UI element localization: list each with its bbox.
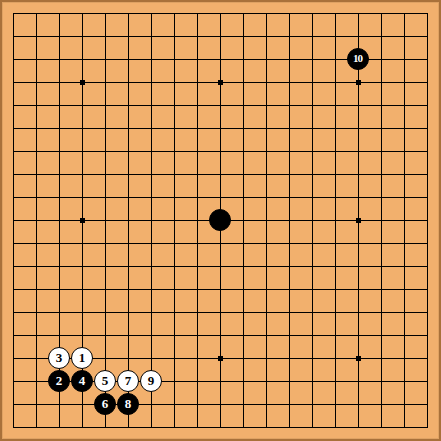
intersection-G12[interactable] — [140, 163, 163, 186]
intersection-R19[interactable] — [370, 2, 393, 25]
intersection-H19[interactable] — [163, 2, 186, 25]
intersection-K4[interactable] — [209, 347, 232, 370]
intersection-F14[interactable] — [117, 117, 140, 140]
intersection-R16[interactable] — [370, 71, 393, 94]
intersection-D5[interactable] — [71, 324, 94, 347]
intersection-P5[interactable] — [324, 324, 347, 347]
intersection-C11[interactable] — [48, 186, 71, 209]
intersection-M10[interactable] — [255, 209, 278, 232]
intersection-S14[interactable] — [393, 117, 416, 140]
intersection-A14[interactable] — [2, 117, 25, 140]
intersection-S11[interactable] — [393, 186, 416, 209]
intersection-K17[interactable] — [209, 48, 232, 71]
intersection-R2[interactable] — [370, 393, 393, 416]
intersection-Q12[interactable] — [347, 163, 370, 186]
intersection-Q10[interactable] — [347, 209, 370, 232]
intersection-A5[interactable] — [2, 324, 25, 347]
intersection-H5[interactable] — [163, 324, 186, 347]
intersection-G5[interactable] — [140, 324, 163, 347]
intersection-C17[interactable] — [48, 48, 71, 71]
intersection-S10[interactable] — [393, 209, 416, 232]
intersection-H16[interactable] — [163, 71, 186, 94]
intersection-J4[interactable] — [186, 347, 209, 370]
intersection-S16[interactable] — [393, 71, 416, 94]
intersection-R11[interactable] — [370, 186, 393, 209]
intersection-A4[interactable] — [2, 347, 25, 370]
intersection-P15[interactable] — [324, 94, 347, 117]
intersection-T7[interactable] — [416, 278, 439, 301]
intersection-N12[interactable] — [278, 163, 301, 186]
intersection-R9[interactable] — [370, 232, 393, 255]
intersection-O2[interactable] — [301, 393, 324, 416]
intersection-T12[interactable] — [416, 163, 439, 186]
intersection-C1[interactable] — [48, 416, 71, 439]
intersection-Q14[interactable] — [347, 117, 370, 140]
intersection-D9[interactable] — [71, 232, 94, 255]
intersection-T17[interactable] — [416, 48, 439, 71]
intersection-K5[interactable] — [209, 324, 232, 347]
intersection-T19[interactable] — [416, 2, 439, 25]
intersection-H2[interactable] — [163, 393, 186, 416]
intersection-A3[interactable] — [2, 370, 25, 393]
intersection-C8[interactable] — [48, 255, 71, 278]
intersection-G10[interactable] — [140, 209, 163, 232]
intersection-D18[interactable] — [71, 25, 94, 48]
intersection-J1[interactable] — [186, 416, 209, 439]
intersection-E4[interactable] — [94, 347, 117, 370]
intersection-G4[interactable] — [140, 347, 163, 370]
intersection-D12[interactable] — [71, 163, 94, 186]
intersection-P6[interactable] — [324, 301, 347, 324]
intersection-O15[interactable] — [301, 94, 324, 117]
intersection-L7[interactable] — [232, 278, 255, 301]
intersection-M9[interactable] — [255, 232, 278, 255]
intersection-G18[interactable] — [140, 25, 163, 48]
intersection-L9[interactable] — [232, 232, 255, 255]
intersection-C4[interactable]: 3 — [48, 347, 71, 370]
intersection-T10[interactable] — [416, 209, 439, 232]
intersection-C9[interactable] — [48, 232, 71, 255]
intersection-A8[interactable] — [2, 255, 25, 278]
intersection-G11[interactable] — [140, 186, 163, 209]
intersection-N14[interactable] — [278, 117, 301, 140]
intersection-G7[interactable] — [140, 278, 163, 301]
intersection-R15[interactable] — [370, 94, 393, 117]
intersection-H12[interactable] — [163, 163, 186, 186]
intersection-D15[interactable] — [71, 94, 94, 117]
intersection-Q1[interactable] — [347, 416, 370, 439]
intersection-A2[interactable] — [2, 393, 25, 416]
intersection-N5[interactable] — [278, 324, 301, 347]
intersection-B16[interactable] — [25, 71, 48, 94]
intersection-A17[interactable] — [2, 48, 25, 71]
intersection-B8[interactable] — [25, 255, 48, 278]
intersection-S8[interactable] — [393, 255, 416, 278]
intersection-M17[interactable] — [255, 48, 278, 71]
intersection-J6[interactable] — [186, 301, 209, 324]
intersection-D10[interactable] — [71, 209, 94, 232]
intersection-H17[interactable] — [163, 48, 186, 71]
intersection-K9[interactable] — [209, 232, 232, 255]
intersection-F6[interactable] — [117, 301, 140, 324]
intersection-B1[interactable] — [25, 416, 48, 439]
intersection-J15[interactable] — [186, 94, 209, 117]
intersection-O14[interactable] — [301, 117, 324, 140]
intersection-K3[interactable] — [209, 370, 232, 393]
intersection-F1[interactable] — [117, 416, 140, 439]
intersection-O13[interactable] — [301, 140, 324, 163]
intersection-M7[interactable] — [255, 278, 278, 301]
intersection-N7[interactable] — [278, 278, 301, 301]
intersection-F7[interactable] — [117, 278, 140, 301]
intersection-K11[interactable] — [209, 186, 232, 209]
intersection-N6[interactable] — [278, 301, 301, 324]
intersection-H7[interactable] — [163, 278, 186, 301]
intersection-E14[interactable] — [94, 117, 117, 140]
intersection-E7[interactable] — [94, 278, 117, 301]
intersection-E19[interactable] — [94, 2, 117, 25]
intersection-O3[interactable] — [301, 370, 324, 393]
intersection-O11[interactable] — [301, 186, 324, 209]
intersection-K6[interactable] — [209, 301, 232, 324]
intersection-L17[interactable] — [232, 48, 255, 71]
intersection-J11[interactable] — [186, 186, 209, 209]
intersection-P3[interactable] — [324, 370, 347, 393]
intersection-H8[interactable] — [163, 255, 186, 278]
intersection-F2[interactable]: 8 — [117, 393, 140, 416]
intersection-B9[interactable] — [25, 232, 48, 255]
intersection-K1[interactable] — [209, 416, 232, 439]
intersection-T16[interactable] — [416, 71, 439, 94]
intersection-T4[interactable] — [416, 347, 439, 370]
intersection-P18[interactable] — [324, 25, 347, 48]
intersection-R17[interactable] — [370, 48, 393, 71]
intersection-H11[interactable] — [163, 186, 186, 209]
intersection-D17[interactable] — [71, 48, 94, 71]
intersection-T18[interactable] — [416, 25, 439, 48]
intersection-F15[interactable] — [117, 94, 140, 117]
intersection-B7[interactable] — [25, 278, 48, 301]
intersection-O5[interactable] — [301, 324, 324, 347]
intersection-L1[interactable] — [232, 416, 255, 439]
intersection-S12[interactable] — [393, 163, 416, 186]
intersection-O1[interactable] — [301, 416, 324, 439]
intersection-H3[interactable] — [163, 370, 186, 393]
intersection-T2[interactable] — [416, 393, 439, 416]
intersection-L6[interactable] — [232, 301, 255, 324]
intersection-H18[interactable] — [163, 25, 186, 48]
intersection-P11[interactable] — [324, 186, 347, 209]
intersection-J13[interactable] — [186, 140, 209, 163]
intersection-B10[interactable] — [25, 209, 48, 232]
intersection-J2[interactable] — [186, 393, 209, 416]
intersection-O17[interactable] — [301, 48, 324, 71]
intersection-O7[interactable] — [301, 278, 324, 301]
intersection-D6[interactable] — [71, 301, 94, 324]
intersection-C6[interactable] — [48, 301, 71, 324]
intersection-N17[interactable] — [278, 48, 301, 71]
intersection-C3[interactable]: 2 — [48, 370, 71, 393]
intersection-E1[interactable] — [94, 416, 117, 439]
intersection-H15[interactable] — [163, 94, 186, 117]
intersection-J16[interactable] — [186, 71, 209, 94]
intersection-A11[interactable] — [2, 186, 25, 209]
intersection-D4[interactable]: 1 — [71, 347, 94, 370]
intersection-P14[interactable] — [324, 117, 347, 140]
intersection-G8[interactable] — [140, 255, 163, 278]
intersection-L8[interactable] — [232, 255, 255, 278]
intersection-Q11[interactable] — [347, 186, 370, 209]
intersection-D13[interactable] — [71, 140, 94, 163]
intersection-N8[interactable] — [278, 255, 301, 278]
intersection-A16[interactable] — [2, 71, 25, 94]
intersection-B18[interactable] — [25, 25, 48, 48]
intersection-D14[interactable] — [71, 117, 94, 140]
intersection-D8[interactable] — [71, 255, 94, 278]
intersection-B12[interactable] — [25, 163, 48, 186]
intersection-E8[interactable] — [94, 255, 117, 278]
intersection-F8[interactable] — [117, 255, 140, 278]
intersection-N4[interactable] — [278, 347, 301, 370]
intersection-D1[interactable] — [71, 416, 94, 439]
intersection-P17[interactable] — [324, 48, 347, 71]
intersection-O4[interactable] — [301, 347, 324, 370]
intersection-M19[interactable] — [255, 2, 278, 25]
intersection-Q19[interactable] — [347, 2, 370, 25]
intersection-N19[interactable] — [278, 2, 301, 25]
intersection-K16[interactable] — [209, 71, 232, 94]
intersection-A10[interactable] — [2, 209, 25, 232]
intersection-L2[interactable] — [232, 393, 255, 416]
intersection-N11[interactable] — [278, 186, 301, 209]
intersection-P7[interactable] — [324, 278, 347, 301]
intersection-N15[interactable] — [278, 94, 301, 117]
intersection-R10[interactable] — [370, 209, 393, 232]
intersection-D2[interactable] — [71, 393, 94, 416]
intersection-L19[interactable] — [232, 2, 255, 25]
intersection-T15[interactable] — [416, 94, 439, 117]
intersection-N18[interactable] — [278, 25, 301, 48]
intersection-J18[interactable] — [186, 25, 209, 48]
intersection-T8[interactable] — [416, 255, 439, 278]
intersection-K18[interactable] — [209, 25, 232, 48]
intersection-Q13[interactable] — [347, 140, 370, 163]
intersection-Q5[interactable] — [347, 324, 370, 347]
intersection-T1[interactable] — [416, 416, 439, 439]
intersection-A1[interactable] — [2, 416, 25, 439]
intersection-N3[interactable] — [278, 370, 301, 393]
intersection-S13[interactable] — [393, 140, 416, 163]
intersection-D11[interactable] — [71, 186, 94, 209]
intersection-Q15[interactable] — [347, 94, 370, 117]
intersection-O6[interactable] — [301, 301, 324, 324]
intersection-M13[interactable] — [255, 140, 278, 163]
intersection-K14[interactable] — [209, 117, 232, 140]
intersection-B6[interactable] — [25, 301, 48, 324]
intersection-M18[interactable] — [255, 25, 278, 48]
intersection-B17[interactable] — [25, 48, 48, 71]
intersection-E6[interactable] — [94, 301, 117, 324]
intersection-F16[interactable] — [117, 71, 140, 94]
intersection-S4[interactable] — [393, 347, 416, 370]
intersection-S5[interactable] — [393, 324, 416, 347]
intersection-D16[interactable] — [71, 71, 94, 94]
intersection-T14[interactable] — [416, 117, 439, 140]
intersection-E18[interactable] — [94, 25, 117, 48]
intersection-O9[interactable] — [301, 232, 324, 255]
intersection-J7[interactable] — [186, 278, 209, 301]
intersection-E13[interactable] — [94, 140, 117, 163]
intersection-E10[interactable] — [94, 209, 117, 232]
intersection-Q9[interactable] — [347, 232, 370, 255]
intersection-R7[interactable] — [370, 278, 393, 301]
intersection-H13[interactable] — [163, 140, 186, 163]
intersection-B14[interactable] — [25, 117, 48, 140]
intersection-F10[interactable] — [117, 209, 140, 232]
intersection-B11[interactable] — [25, 186, 48, 209]
intersection-S17[interactable] — [393, 48, 416, 71]
intersection-E5[interactable] — [94, 324, 117, 347]
intersection-L11[interactable] — [232, 186, 255, 209]
intersection-M14[interactable] — [255, 117, 278, 140]
intersection-A6[interactable] — [2, 301, 25, 324]
intersection-N9[interactable] — [278, 232, 301, 255]
intersection-P9[interactable] — [324, 232, 347, 255]
intersection-C15[interactable] — [48, 94, 71, 117]
intersection-M6[interactable] — [255, 301, 278, 324]
intersection-E15[interactable] — [94, 94, 117, 117]
intersection-L18[interactable] — [232, 25, 255, 48]
intersection-N13[interactable] — [278, 140, 301, 163]
intersection-H10[interactable] — [163, 209, 186, 232]
intersection-Q6[interactable] — [347, 301, 370, 324]
intersection-L15[interactable] — [232, 94, 255, 117]
intersection-B19[interactable] — [25, 2, 48, 25]
intersection-T11[interactable] — [416, 186, 439, 209]
intersection-J8[interactable] — [186, 255, 209, 278]
intersection-O19[interactable] — [301, 2, 324, 25]
intersection-S6[interactable] — [393, 301, 416, 324]
intersection-C10[interactable] — [48, 209, 71, 232]
intersection-P4[interactable] — [324, 347, 347, 370]
intersection-O12[interactable] — [301, 163, 324, 186]
intersection-J10[interactable] — [186, 209, 209, 232]
intersection-D3[interactable]: 4 — [71, 370, 94, 393]
intersection-S18[interactable] — [393, 25, 416, 48]
intersection-J19[interactable] — [186, 2, 209, 25]
intersection-G17[interactable] — [140, 48, 163, 71]
intersection-P19[interactable] — [324, 2, 347, 25]
intersection-Q8[interactable] — [347, 255, 370, 278]
intersection-C13[interactable] — [48, 140, 71, 163]
intersection-O16[interactable] — [301, 71, 324, 94]
intersection-A9[interactable] — [2, 232, 25, 255]
intersection-G16[interactable] — [140, 71, 163, 94]
intersection-P2[interactable] — [324, 393, 347, 416]
intersection-R8[interactable] — [370, 255, 393, 278]
intersection-M8[interactable] — [255, 255, 278, 278]
intersection-D19[interactable] — [71, 2, 94, 25]
intersection-C16[interactable] — [48, 71, 71, 94]
intersection-M2[interactable] — [255, 393, 278, 416]
intersection-F12[interactable] — [117, 163, 140, 186]
intersection-T3[interactable] — [416, 370, 439, 393]
intersection-G9[interactable] — [140, 232, 163, 255]
intersection-A15[interactable] — [2, 94, 25, 117]
intersection-H9[interactable] — [163, 232, 186, 255]
intersection-G15[interactable] — [140, 94, 163, 117]
intersection-O10[interactable] — [301, 209, 324, 232]
intersection-C5[interactable] — [48, 324, 71, 347]
intersection-B3[interactable] — [25, 370, 48, 393]
intersection-M12[interactable] — [255, 163, 278, 186]
intersection-B5[interactable] — [25, 324, 48, 347]
intersection-F4[interactable] — [117, 347, 140, 370]
intersection-C7[interactable] — [48, 278, 71, 301]
intersection-R3[interactable] — [370, 370, 393, 393]
intersection-K8[interactable] — [209, 255, 232, 278]
intersection-M16[interactable] — [255, 71, 278, 94]
intersection-F17[interactable] — [117, 48, 140, 71]
intersection-F11[interactable] — [117, 186, 140, 209]
intersection-E17[interactable] — [94, 48, 117, 71]
intersection-S1[interactable] — [393, 416, 416, 439]
intersection-G3[interactable]: 9 — [140, 370, 163, 393]
intersection-L10[interactable] — [232, 209, 255, 232]
intersection-S19[interactable] — [393, 2, 416, 25]
intersection-P16[interactable] — [324, 71, 347, 94]
intersection-Q3[interactable] — [347, 370, 370, 393]
intersection-M15[interactable] — [255, 94, 278, 117]
intersection-C12[interactable] — [48, 163, 71, 186]
intersection-C18[interactable] — [48, 25, 71, 48]
intersection-A19[interactable] — [2, 2, 25, 25]
intersection-E2[interactable]: 6 — [94, 393, 117, 416]
intersection-F3[interactable]: 7 — [117, 370, 140, 393]
intersection-E9[interactable] — [94, 232, 117, 255]
intersection-S9[interactable] — [393, 232, 416, 255]
intersection-R13[interactable] — [370, 140, 393, 163]
intersection-T9[interactable] — [416, 232, 439, 255]
intersection-T5[interactable] — [416, 324, 439, 347]
intersection-K15[interactable] — [209, 94, 232, 117]
intersection-A7[interactable] — [2, 278, 25, 301]
intersection-T13[interactable] — [416, 140, 439, 163]
intersection-C19[interactable] — [48, 2, 71, 25]
intersection-N2[interactable] — [278, 393, 301, 416]
intersection-Q4[interactable] — [347, 347, 370, 370]
intersection-R14[interactable] — [370, 117, 393, 140]
intersection-A18[interactable] — [2, 25, 25, 48]
intersection-G19[interactable] — [140, 2, 163, 25]
intersection-K19[interactable] — [209, 2, 232, 25]
intersection-G13[interactable] — [140, 140, 163, 163]
intersection-P10[interactable] — [324, 209, 347, 232]
intersection-B15[interactable] — [25, 94, 48, 117]
intersection-Q2[interactable] — [347, 393, 370, 416]
intersection-O18[interactable] — [301, 25, 324, 48]
intersection-F13[interactable] — [117, 140, 140, 163]
intersection-K13[interactable] — [209, 140, 232, 163]
intersection-L4[interactable] — [232, 347, 255, 370]
intersection-M5[interactable] — [255, 324, 278, 347]
intersection-P12[interactable] — [324, 163, 347, 186]
intersection-J9[interactable] — [186, 232, 209, 255]
intersection-B4[interactable] — [25, 347, 48, 370]
intersection-F9[interactable] — [117, 232, 140, 255]
intersection-N16[interactable] — [278, 71, 301, 94]
intersection-M4[interactable] — [255, 347, 278, 370]
